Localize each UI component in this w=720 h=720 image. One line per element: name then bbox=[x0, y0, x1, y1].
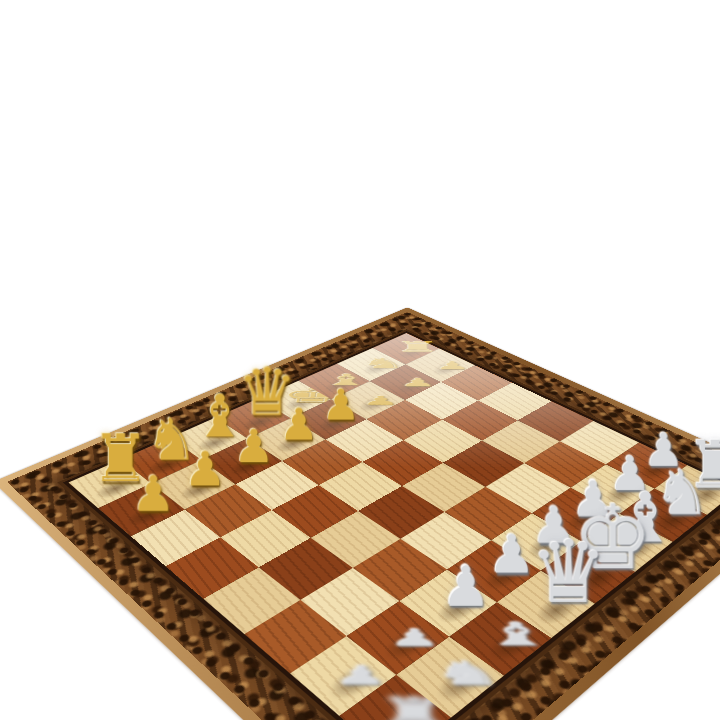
studio-photo: ♜♞♝♛♚♝♞♜♟♟♟♟♟♟♟♟♟♟♟♟♟♟♟♟♜♞♝♛♚♝♞♜ bbox=[0, 0, 720, 720]
board-squares-grid: ♜♞♝♛♚♝♞♜♟♟♟♟♟♟♟♟♟♟♟♟♟♟♟♟♜♞♝♛♚♝♞♜ bbox=[69, 333, 720, 720]
carved-walnut-border: ♜♞♝♛♚♝♞♜♟♟♟♟♟♟♟♟♟♟♟♟♟♟♟♟♜♞♝♛♚♝♞♜ bbox=[7, 312, 720, 720]
silver-knight-glyph: ♞ bbox=[430, 656, 508, 690]
square-c4 bbox=[310, 511, 400, 568]
board-outer-rim: ♜♞♝♛♚♝♞♜♟♟♟♟♟♟♟♟♟♟♟♟♟♟♟♟♜♞♝♛♚♝♞♜ bbox=[0, 307, 720, 720]
silver-queen-glyph: ♛ bbox=[530, 528, 600, 615]
silver-pawn-glyph: ♟ bbox=[430, 558, 500, 614]
gold-pawn-glyph: ♟ bbox=[122, 469, 184, 518]
chess-board: ♜♞♝♛♚♝♞♜♟♟♟♟♟♟♟♟♟♟♟♟♟♟♟♟♜♞♝♛♚♝♞♜ bbox=[0, 307, 720, 720]
